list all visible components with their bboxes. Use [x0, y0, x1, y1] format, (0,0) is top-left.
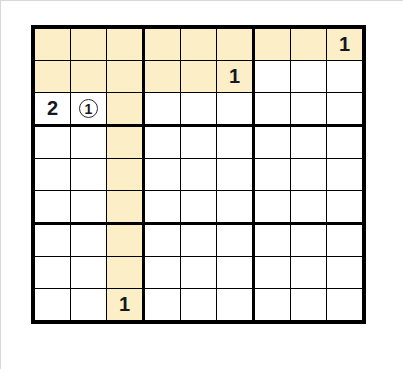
board-row: [35, 257, 362, 289]
cell-r3c8[interactable]: [291, 93, 327, 127]
cell-r9c4[interactable]: [145, 289, 181, 320]
cell-r2c6[interactable]: 1: [217, 61, 255, 93]
cell-r3c2[interactable]: 1: [71, 93, 107, 127]
cell-r2c7[interactable]: [255, 61, 291, 93]
cell-r4c7[interactable]: [255, 127, 291, 159]
cell-r5c5[interactable]: [181, 159, 217, 191]
cell-r2c5[interactable]: [181, 61, 217, 93]
cell-r9c5[interactable]: [181, 289, 217, 320]
cell-r1c2[interactable]: [71, 29, 107, 61]
cell-r4c8[interactable]: [291, 127, 327, 159]
cell-r5c8[interactable]: [291, 159, 327, 191]
cell-r5c2[interactable]: [71, 159, 107, 191]
cell-r8c6[interactable]: [217, 257, 255, 289]
cell-r8c4[interactable]: [145, 257, 181, 289]
cell-r1c9[interactable]: 1: [327, 29, 362, 61]
cell-r1c7[interactable]: [255, 29, 291, 61]
cell-r6c2[interactable]: [71, 191, 107, 225]
cell-r3c1[interactable]: 2: [35, 93, 71, 127]
cell-r7c6[interactable]: [217, 225, 255, 257]
cell-r7c4[interactable]: [145, 225, 181, 257]
cell-r2c4[interactable]: [145, 61, 181, 93]
board-row: [35, 127, 362, 159]
cell-r3c7[interactable]: [255, 93, 291, 127]
cell-r9c8[interactable]: [291, 289, 327, 320]
cell-r4c5[interactable]: [181, 127, 217, 159]
cell-r9c7[interactable]: [255, 289, 291, 320]
board-row: [35, 159, 362, 191]
cell-r9c2[interactable]: [71, 289, 107, 320]
cell-r9c3[interactable]: 1: [107, 289, 145, 320]
cell-r6c1[interactable]: [35, 191, 71, 225]
cell-r3c6[interactable]: [217, 93, 255, 127]
cell-r7c9[interactable]: [327, 225, 362, 257]
cell-r5c7[interactable]: [255, 159, 291, 191]
cell-r3c5[interactable]: [181, 93, 217, 127]
given-digit: 1: [119, 294, 130, 314]
cell-r8c1[interactable]: [35, 257, 71, 289]
board-row: 1: [35, 289, 362, 320]
cell-r5c3[interactable]: [107, 159, 145, 191]
cell-r7c7[interactable]: [255, 225, 291, 257]
cell-r9c6[interactable]: [217, 289, 255, 320]
cell-r5c1[interactable]: [35, 159, 71, 191]
board-row: 1: [35, 61, 362, 93]
cell-r2c8[interactable]: [291, 61, 327, 93]
cell-r6c8[interactable]: [291, 191, 327, 225]
cell-r2c9[interactable]: [327, 61, 362, 93]
cell-r6c6[interactable]: [217, 191, 255, 225]
sudoku-board: 11211: [31, 25, 366, 324]
cell-r8c5[interactable]: [181, 257, 217, 289]
given-digit: 1: [229, 66, 240, 86]
cell-r6c5[interactable]: [181, 191, 217, 225]
cell-r9c9[interactable]: [327, 289, 362, 320]
cell-r7c2[interactable]: [71, 225, 107, 257]
cell-r7c3[interactable]: [107, 225, 145, 257]
cell-r2c1[interactable]: [35, 61, 71, 93]
cell-r6c7[interactable]: [255, 191, 291, 225]
cell-r1c5[interactable]: [181, 29, 217, 61]
cell-r1c8[interactable]: [291, 29, 327, 61]
page-background: { "game": "sudoku", "position": ".......…: [0, 0, 403, 369]
cell-r4c6[interactable]: [217, 127, 255, 159]
cell-r6c9[interactable]: [327, 191, 362, 225]
cell-r6c4[interactable]: [145, 191, 181, 225]
cell-r3c3[interactable]: [107, 93, 145, 127]
cell-r1c6[interactable]: [217, 29, 255, 61]
cell-r3c4[interactable]: [145, 93, 181, 127]
board-row: [35, 191, 362, 225]
board-row: 1: [35, 29, 362, 61]
given-digit: 1: [339, 34, 350, 54]
cell-r4c9[interactable]: [327, 127, 362, 159]
board-row: 21: [35, 93, 362, 127]
board-row: [35, 225, 362, 257]
cell-r8c8[interactable]: [291, 257, 327, 289]
cell-r1c3[interactable]: [107, 29, 145, 61]
cell-r4c1[interactable]: [35, 127, 71, 159]
cell-r8c9[interactable]: [327, 257, 362, 289]
cell-r5c9[interactable]: [327, 159, 362, 191]
cell-r9c1[interactable]: [35, 289, 71, 320]
cell-r5c6[interactable]: [217, 159, 255, 191]
cell-r7c5[interactable]: [181, 225, 217, 257]
cell-r3c9[interactable]: [327, 93, 362, 127]
given-digit: 2: [47, 98, 58, 118]
cell-r1c1[interactable]: [35, 29, 71, 61]
cell-r8c2[interactable]: [71, 257, 107, 289]
cell-r6c3[interactable]: [107, 191, 145, 225]
cell-r2c3[interactable]: [107, 61, 145, 93]
cell-r5c4[interactable]: [145, 159, 181, 191]
cell-r2c2[interactable]: [71, 61, 107, 93]
cell-r8c3[interactable]: [107, 257, 145, 289]
cell-r4c4[interactable]: [145, 127, 181, 159]
cell-r4c3[interactable]: [107, 127, 145, 159]
cell-r1c4[interactable]: [145, 29, 181, 61]
circled-digit: 1: [79, 99, 98, 118]
cell-r7c1[interactable]: [35, 225, 71, 257]
cell-r4c2[interactable]: [71, 127, 107, 159]
cell-r7c8[interactable]: [291, 225, 327, 257]
cell-r8c7[interactable]: [255, 257, 291, 289]
